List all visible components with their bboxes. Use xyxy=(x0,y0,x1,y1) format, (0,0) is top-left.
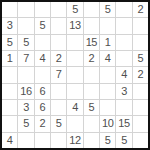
grid-cell[interactable] xyxy=(67,116,82,131)
grid-cell[interactable] xyxy=(35,35,50,50)
grid-cell[interactable]: 2 xyxy=(35,116,50,131)
grid-cell[interactable] xyxy=(51,35,66,50)
grid-cell[interactable]: 5 xyxy=(18,35,33,50)
grid-cell[interactable]: 2 xyxy=(51,51,66,66)
grid-cell[interactable] xyxy=(133,18,148,33)
grid-cell[interactable] xyxy=(84,2,99,17)
grid-cell[interactable]: 15 xyxy=(116,116,131,131)
grid-cell[interactable] xyxy=(133,100,148,115)
grid-cell[interactable] xyxy=(116,35,131,50)
grid-cell[interactable] xyxy=(133,133,148,148)
grid-cell[interactable]: 5 xyxy=(35,18,50,33)
grid-cell[interactable]: 16 xyxy=(18,84,33,99)
grid-cell[interactable]: 6 xyxy=(35,84,50,99)
grid-cell[interactable]: 1 xyxy=(2,51,17,66)
grid-cell[interactable]: 4 xyxy=(2,133,17,148)
grid-cell[interactable] xyxy=(2,67,17,82)
grid-cell[interactable]: 5 xyxy=(2,35,17,50)
grid-cell[interactable]: 7 xyxy=(18,51,33,66)
grid-cell[interactable] xyxy=(116,2,131,17)
grid-cell[interactable] xyxy=(84,84,99,99)
grid-cell[interactable] xyxy=(35,2,50,17)
grid-cell[interactable] xyxy=(116,100,131,115)
grid-cell[interactable]: 2 xyxy=(133,2,148,17)
grid-cell[interactable]: 5 xyxy=(84,100,99,115)
grid-cell[interactable]: 6 xyxy=(35,100,50,115)
grid-cell[interactable] xyxy=(133,84,148,99)
grid-cell[interactable] xyxy=(100,100,115,115)
grid-cell[interactable]: 5 xyxy=(67,2,82,17)
grid-cell[interactable] xyxy=(67,51,82,66)
grid-cell[interactable] xyxy=(18,2,33,17)
grid-cell[interactable] xyxy=(116,51,131,66)
grid-cell[interactable]: 5 xyxy=(51,116,66,131)
grid-cell[interactable] xyxy=(67,35,82,50)
grid-cell[interactable]: 7 xyxy=(51,67,66,82)
grid-cell[interactable] xyxy=(51,100,66,115)
grid-cell[interactable]: 4 xyxy=(116,67,131,82)
grid-cell[interactable]: 1 xyxy=(100,35,115,50)
grid-cell[interactable] xyxy=(67,67,82,82)
grid-cell[interactable]: 3 xyxy=(2,18,17,33)
grid-cell[interactable] xyxy=(116,18,131,33)
grid-cell[interactable]: 13 xyxy=(67,18,82,33)
grid-cell[interactable] xyxy=(18,18,33,33)
grid-cell[interactable] xyxy=(133,116,148,131)
grid-cell[interactable]: 5 xyxy=(100,133,115,148)
grid-cell[interactable] xyxy=(84,133,99,148)
grid-cell[interactable]: 4 xyxy=(100,51,115,66)
grid-cell[interactable] xyxy=(35,133,50,148)
grid-cell[interactable] xyxy=(67,84,82,99)
grid-cell[interactable] xyxy=(18,67,33,82)
grid-cell[interactable] xyxy=(51,2,66,17)
grid-cell[interactable] xyxy=(100,84,115,99)
grid-cell[interactable] xyxy=(51,133,66,148)
grid-cell[interactable] xyxy=(84,116,99,131)
grid-cell[interactable] xyxy=(100,67,115,82)
grid-cell[interactable] xyxy=(18,133,33,148)
grid-cell[interactable]: 12 xyxy=(67,133,82,148)
grid-cell[interactable] xyxy=(133,35,148,50)
grid-cell[interactable]: 5 xyxy=(18,116,33,131)
grid-cell[interactable]: 10 xyxy=(100,116,115,131)
grid-cell[interactable] xyxy=(51,18,66,33)
grid-cell[interactable] xyxy=(84,67,99,82)
grid-cell[interactable] xyxy=(2,84,17,99)
grid-cell[interactable]: 5 xyxy=(116,133,131,148)
grid-cell[interactable] xyxy=(2,2,17,17)
grid-cell[interactable]: 3 xyxy=(116,84,131,99)
grid-cell[interactable]: 2 xyxy=(84,51,99,66)
grid-cell[interactable] xyxy=(51,84,66,99)
grid-cell[interactable]: 15 xyxy=(84,35,99,50)
grid-cell[interactable]: 5 xyxy=(133,51,148,66)
grid-cell[interactable] xyxy=(2,116,17,131)
grid-cell[interactable]: 2 xyxy=(133,67,148,82)
puzzle-board: 5523513551511742245742166336455251015412… xyxy=(0,0,150,150)
grid-cell[interactable] xyxy=(35,67,50,82)
grid-cell[interactable] xyxy=(2,100,17,115)
grid-cell[interactable]: 3 xyxy=(18,100,33,115)
grid-cell[interactable]: 5 xyxy=(100,2,115,17)
grid-cell[interactable] xyxy=(84,18,99,33)
grid-cell[interactable]: 4 xyxy=(67,100,82,115)
grid-cell[interactable]: 4 xyxy=(35,51,50,66)
grid-cell[interactable] xyxy=(100,18,115,33)
